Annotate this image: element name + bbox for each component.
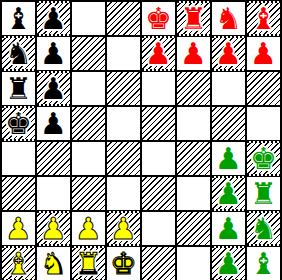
square-e5[interactable] (141, 106, 176, 141)
square-a2[interactable]: ♟ (1, 211, 36, 246)
square-h8[interactable]: ♝ (246, 1, 281, 36)
yellow-pawn[interactable]: ♟ (5, 214, 32, 244)
square-d3[interactable] (106, 176, 141, 211)
square-h6[interactable] (246, 71, 281, 106)
square-h2[interactable]: ♞ (246, 211, 281, 246)
square-h4[interactable]: ♚ (246, 141, 281, 176)
square-d6[interactable] (106, 71, 141, 106)
square-c7[interactable] (71, 36, 106, 71)
square-g4[interactable]: ♟ (211, 141, 246, 176)
square-c5[interactable] (71, 106, 106, 141)
square-e4[interactable] (141, 141, 176, 176)
green-knight[interactable]: ♞ (250, 214, 277, 244)
black-king[interactable]: ♚ (5, 109, 32, 139)
square-g7[interactable]: ♟ (211, 36, 246, 71)
square-b7[interactable]: ♟ (36, 36, 71, 71)
red-pawn[interactable]: ♟ (215, 39, 242, 69)
yellow-pawn[interactable]: ♟ (75, 214, 102, 244)
square-e1[interactable] (141, 246, 176, 280)
square-e3[interactable] (141, 176, 176, 211)
black-knight[interactable]: ♞ (5, 39, 32, 69)
black-pawn[interactable]: ♟ (40, 74, 67, 104)
green-pawn[interactable]: ♟ (215, 179, 242, 209)
square-b8[interactable]: ♟ (36, 1, 71, 36)
square-d1[interactable]: ♚ (106, 246, 141, 280)
square-f6[interactable] (176, 71, 211, 106)
square-f8[interactable]: ♜ (176, 1, 211, 36)
square-b5[interactable]: ♟ (36, 106, 71, 141)
red-knight[interactable]: ♞ (215, 4, 242, 34)
red-king[interactable]: ♚ (145, 4, 172, 34)
square-a3[interactable] (1, 176, 36, 211)
square-g6[interactable] (211, 71, 246, 106)
green-rook[interactable]: ♜ (250, 179, 277, 209)
square-a6[interactable]: ♜ (1, 71, 36, 106)
black-bishop[interactable]: ♝ (5, 4, 32, 34)
square-g8[interactable]: ♞ (211, 1, 246, 36)
square-g2[interactable]: ♟ (211, 211, 246, 246)
square-b2[interactable]: ♟ (36, 211, 71, 246)
red-pawn[interactable]: ♟ (145, 39, 172, 69)
square-a8[interactable]: ♝ (1, 1, 36, 36)
square-h5[interactable] (246, 106, 281, 141)
square-d4[interactable] (106, 141, 141, 176)
square-c2[interactable]: ♟ (71, 211, 106, 246)
square-g1[interactable]: ♟ (211, 246, 246, 280)
square-d5[interactable] (106, 106, 141, 141)
yellow-pawn[interactable]: ♟ (40, 214, 67, 244)
square-f5[interactable] (176, 106, 211, 141)
square-f3[interactable] (176, 176, 211, 211)
square-e7[interactable]: ♟ (141, 36, 176, 71)
square-b6[interactable]: ♟ (36, 71, 71, 106)
square-d7[interactable] (106, 36, 141, 71)
square-e2[interactable] (141, 211, 176, 246)
square-b4[interactable] (36, 141, 71, 176)
square-e8[interactable]: ♚ (141, 1, 176, 36)
green-pawn[interactable]: ♟ (215, 249, 242, 279)
yellow-knight[interactable]: ♞ (40, 249, 67, 279)
square-h1[interactable]: ♝ (246, 246, 281, 280)
red-rook[interactable]: ♜ (180, 4, 207, 34)
square-a5[interactable]: ♚ (1, 106, 36, 141)
red-pawn[interactable]: ♟ (250, 39, 277, 69)
red-bishop[interactable]: ♝ (250, 4, 277, 34)
square-e6[interactable] (141, 71, 176, 106)
square-g3[interactable]: ♟ (211, 176, 246, 211)
square-f4[interactable] (176, 141, 211, 176)
square-f7[interactable]: ♟ (176, 36, 211, 71)
yellow-pawn[interactable]: ♟ (110, 214, 137, 244)
square-c3[interactable] (71, 176, 106, 211)
black-pawn[interactable]: ♟ (40, 109, 67, 139)
red-pawn[interactable]: ♟ (180, 39, 207, 69)
black-pawn[interactable]: ♟ (40, 39, 67, 69)
square-f2[interactable] (176, 211, 211, 246)
square-c1[interactable]: ♜ (71, 246, 106, 280)
square-a7[interactable]: ♞ (1, 36, 36, 71)
square-c8[interactable] (71, 1, 106, 36)
black-rook[interactable]: ♜ (5, 74, 32, 104)
square-d8[interactable] (106, 1, 141, 36)
square-f1[interactable] (176, 246, 211, 280)
black-pawn[interactable]: ♟ (40, 4, 67, 34)
yellow-king[interactable]: ♚ (110, 249, 137, 279)
square-h7[interactable]: ♟ (246, 36, 281, 71)
square-c4[interactable] (71, 141, 106, 176)
chess-board: ♝♟♚♜♞♝♞♟♟♟♟♟♜♟♚♟♟♚♟♜♟♟♟♟♟♞♝♞♜♚♟♝ (0, 0, 282, 280)
square-d2[interactable]: ♟ (106, 211, 141, 246)
green-bishop[interactable]: ♝ (250, 249, 277, 279)
square-c6[interactable] (71, 71, 106, 106)
yellow-bishop[interactable]: ♝ (5, 249, 32, 279)
square-g5[interactable] (211, 106, 246, 141)
square-b1[interactable]: ♞ (36, 246, 71, 280)
green-king[interactable]: ♚ (250, 144, 277, 174)
square-b3[interactable] (36, 176, 71, 211)
square-a4[interactable] (1, 141, 36, 176)
green-pawn[interactable]: ♟ (215, 144, 242, 174)
yellow-rook[interactable]: ♜ (75, 249, 102, 279)
square-a1[interactable]: ♝ (1, 246, 36, 280)
green-pawn[interactable]: ♟ (215, 214, 242, 244)
square-h3[interactable]: ♜ (246, 176, 281, 211)
